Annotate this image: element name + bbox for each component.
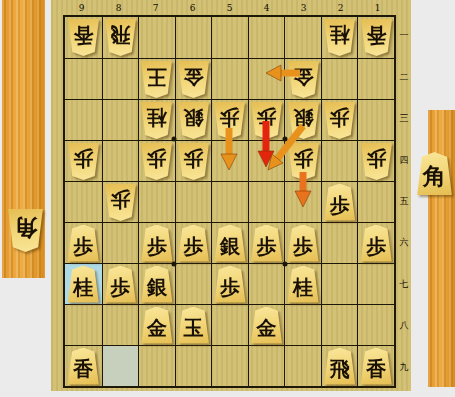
square-99[interactable]: 香	[65, 345, 102, 386]
piece-87[interactable]: 歩	[104, 266, 137, 303]
piece-glyph: 香	[360, 348, 393, 385]
square-69[interactable]	[175, 345, 212, 386]
piece-19[interactable]: 香	[360, 348, 393, 385]
rank-labels: 一二三四五六七八九	[398, 15, 410, 388]
square-77[interactable]: 銀	[138, 263, 175, 304]
square-63[interactable]: 銀	[175, 99, 212, 140]
square-23[interactable]: 歩	[321, 99, 358, 140]
piece-36[interactable]: 歩	[287, 225, 320, 262]
piece-bishop-gote: 角	[7, 209, 44, 252]
square-41[interactable]	[248, 17, 285, 58]
piece-96[interactable]: 歩	[67, 225, 100, 262]
piece-48[interactable]: 金	[250, 307, 283, 344]
rank-label-3: 三	[398, 98, 410, 139]
piece-glyph: 歩	[67, 225, 100, 262]
square-31[interactable]	[284, 17, 321, 58]
square-67[interactable]	[175, 263, 212, 304]
square-55[interactable]	[211, 181, 248, 222]
square-96[interactable]: 歩	[65, 222, 102, 263]
file-label-6: 6	[174, 2, 211, 14]
piece-57[interactable]: 歩	[213, 266, 246, 303]
piece-glyph: 歩	[250, 102, 283, 139]
piece-81[interactable]: 飛	[104, 19, 137, 56]
piece-34[interactable]: 歩	[287, 143, 320, 180]
piece-72[interactable]: 王	[140, 61, 173, 98]
piece-56[interactable]: 銀	[213, 225, 246, 262]
piece-glyph: 歩	[213, 266, 246, 303]
square-57[interactable]: 歩	[211, 263, 248, 304]
file-label-8: 8	[100, 2, 137, 14]
square-11[interactable]: 香	[357, 17, 394, 58]
piece-77[interactable]: 銀	[140, 266, 173, 303]
piece-37[interactable]: 桂	[287, 266, 320, 303]
file-label-2: 2	[322, 2, 359, 14]
piece-glyph: 歩	[323, 184, 356, 221]
piece-32[interactable]: 金	[287, 61, 320, 98]
piece-glyph: 香	[360, 19, 393, 56]
square-87[interactable]: 歩	[102, 263, 139, 304]
piece-bishop-sente: 角	[416, 152, 453, 195]
square-97[interactable]: 桂	[65, 263, 102, 304]
square-98[interactable]	[65, 304, 102, 345]
square-76[interactable]: 歩	[138, 222, 175, 263]
piece-glyph: 金	[140, 307, 173, 344]
square-58[interactable]	[211, 304, 248, 345]
piece-glyph: 桂	[140, 102, 173, 139]
square-43[interactable]: 歩	[248, 99, 285, 140]
star-point	[172, 137, 177, 142]
square-61[interactable]	[175, 17, 212, 58]
square-32[interactable]: 金	[284, 58, 321, 99]
square-21[interactable]: 桂	[321, 17, 358, 58]
star-point	[283, 137, 288, 142]
piece-43[interactable]: 歩	[250, 102, 283, 139]
square-66[interactable]: 歩	[175, 222, 212, 263]
square-38[interactable]	[284, 304, 321, 345]
piece-11[interactable]: 香	[360, 19, 393, 56]
piece-glyph: 歩	[104, 266, 137, 303]
piece-glyph: 歩	[213, 102, 246, 139]
piece-glyph: 金	[177, 61, 210, 98]
rank-label-1: 一	[398, 15, 410, 56]
square-56[interactable]: 銀	[211, 222, 248, 263]
piece-94[interactable]: 歩	[67, 143, 100, 180]
square-79[interactable]	[138, 345, 175, 386]
square-24[interactable]	[321, 140, 358, 181]
rank-label-8: 八	[398, 305, 410, 346]
square-33[interactable]: 銀	[284, 99, 321, 140]
shogi-board: 香飛桂香王金金桂銀歩歩銀歩歩歩歩歩歩歩歩歩歩歩銀歩歩歩桂歩銀歩桂金玉金香飛香	[63, 15, 396, 388]
square-84[interactable]	[102, 140, 139, 181]
square-46[interactable]: 歩	[248, 222, 285, 263]
square-42[interactable]	[248, 58, 285, 99]
piece-glyph: 桂	[323, 19, 356, 56]
square-65[interactable]	[175, 181, 212, 222]
square-73[interactable]: 桂	[138, 99, 175, 140]
piece-33[interactable]: 銀	[287, 102, 320, 139]
piece-glyph: 歩	[287, 225, 320, 262]
piece-91[interactable]: 香	[67, 19, 100, 56]
shogi-app: 987654321 一二三四五六七八九 香飛桂香王金金桂銀歩歩銀歩歩歩歩歩歩歩歩…	[0, 0, 455, 397]
file-labels: 987654321	[63, 2, 396, 14]
square-78[interactable]: 金	[138, 304, 175, 345]
square-86[interactable]	[102, 222, 139, 263]
rank-label-4: 四	[398, 139, 410, 180]
square-93[interactable]	[65, 99, 102, 140]
piece-glyph: 歩	[140, 143, 173, 180]
star-point	[283, 262, 288, 267]
piece-76[interactable]: 歩	[140, 225, 173, 262]
square-75[interactable]	[138, 181, 175, 222]
square-62[interactable]: 金	[175, 58, 212, 99]
sente-hand-piece-bishop[interactable]: 角	[416, 152, 453, 195]
piece-glyph: 銀	[177, 102, 210, 139]
piece-glyph: 歩	[67, 143, 100, 180]
piece-78[interactable]: 金	[140, 307, 173, 344]
piece-14[interactable]: 歩	[360, 143, 393, 180]
rank-label-5: 五	[398, 181, 410, 222]
piece-glyph: 歩	[287, 143, 320, 180]
piece-glyph: 飛	[104, 19, 137, 56]
square-74[interactable]: 歩	[138, 140, 175, 181]
square-81[interactable]: 飛	[102, 17, 139, 58]
square-22[interactable]	[321, 58, 358, 99]
square-16[interactable]: 歩	[357, 222, 394, 263]
square-39[interactable]	[284, 345, 321, 386]
file-label-4: 4	[248, 2, 285, 14]
piece-glyph: 歩	[360, 143, 393, 180]
piece-73[interactable]: 桂	[140, 102, 173, 139]
file-label-7: 7	[137, 2, 174, 14]
square-28[interactable]	[321, 304, 358, 345]
board-grid: 香飛桂香王金金桂銀歩歩銀歩歩歩歩歩歩歩歩歩歩歩銀歩歩歩桂歩銀歩桂金玉金香飛香	[63, 15, 396, 388]
square-47[interactable]	[248, 263, 285, 304]
piece-25[interactable]: 歩	[323, 184, 356, 221]
piece-glyph: 玉	[177, 307, 210, 344]
gote-hand-piece-bishop[interactable]: 角	[7, 209, 44, 252]
piece-glyph: 飛	[323, 348, 356, 385]
piece-16[interactable]: 歩	[360, 225, 393, 262]
piece-glyph: 銀	[213, 225, 246, 262]
piece-glyph: 歩	[104, 184, 137, 221]
piece-glyph: 歩	[177, 143, 210, 180]
square-68[interactable]: 玉	[175, 304, 212, 345]
square-18[interactable]	[357, 304, 394, 345]
piece-glyph: 銀	[140, 266, 173, 303]
square-26[interactable]	[321, 222, 358, 263]
piece-74[interactable]: 歩	[140, 143, 173, 180]
piece-glyph: 歩	[250, 225, 283, 262]
piece-21[interactable]: 桂	[323, 19, 356, 56]
square-15[interactable]	[357, 181, 394, 222]
piece-66[interactable]: 歩	[177, 225, 210, 262]
piece-glyph: 歩	[323, 102, 356, 139]
file-label-9: 9	[63, 2, 100, 14]
square-19[interactable]: 香	[357, 345, 394, 386]
square-27[interactable]	[321, 263, 358, 304]
square-35[interactable]	[284, 181, 321, 222]
square-48[interactable]: 金	[248, 304, 285, 345]
square-36[interactable]: 歩	[284, 222, 321, 263]
piece-glyph: 金	[287, 61, 320, 98]
square-54[interactable]	[211, 140, 248, 181]
star-point	[172, 262, 177, 267]
square-85[interactable]: 歩	[102, 181, 139, 222]
square-91[interactable]: 香	[65, 17, 102, 58]
rank-label-9: 九	[398, 347, 410, 388]
piece-99[interactable]: 香	[67, 348, 100, 385]
piece-46[interactable]: 歩	[250, 225, 283, 262]
square-52[interactable]	[211, 58, 248, 99]
square-64[interactable]: 歩	[175, 140, 212, 181]
square-37[interactable]: 桂	[284, 263, 321, 304]
piece-63[interactable]: 銀	[177, 102, 210, 139]
square-51[interactable]	[211, 17, 248, 58]
file-label-5: 5	[211, 2, 248, 14]
piece-64[interactable]: 歩	[177, 143, 210, 180]
rank-label-7: 七	[398, 264, 410, 305]
piece-glyph: 歩	[177, 225, 210, 262]
piece-glyph: 金	[250, 307, 283, 344]
rank-label-6: 六	[398, 222, 410, 263]
piece-85[interactable]: 歩	[104, 184, 137, 221]
square-83[interactable]	[102, 99, 139, 140]
file-label-1: 1	[359, 2, 396, 14]
piece-glyph: 香	[67, 19, 100, 56]
square-34[interactable]: 歩	[284, 140, 321, 181]
piece-glyph: 桂	[287, 266, 320, 303]
square-44[interactable]	[248, 140, 285, 181]
square-89[interactable]	[102, 345, 139, 386]
square-12[interactable]	[357, 58, 394, 99]
square-88[interactable]	[102, 304, 139, 345]
square-95[interactable]	[65, 181, 102, 222]
square-59[interactable]	[211, 345, 248, 386]
square-53[interactable]: 歩	[211, 99, 248, 140]
piece-glyph: 歩	[140, 225, 173, 262]
square-49[interactable]	[248, 345, 285, 386]
square-29[interactable]: 飛	[321, 345, 358, 386]
piece-53[interactable]: 歩	[213, 102, 246, 139]
square-45[interactable]	[248, 181, 285, 222]
square-25[interactable]: 歩	[321, 181, 358, 222]
square-13[interactable]	[357, 99, 394, 140]
square-94[interactable]: 歩	[65, 140, 102, 181]
piece-glyph: 銀	[287, 102, 320, 139]
square-72[interactable]: 王	[138, 58, 175, 99]
piece-68[interactable]: 玉	[177, 307, 210, 344]
square-17[interactable]	[357, 263, 394, 304]
piece-29[interactable]: 飛	[323, 348, 356, 385]
square-14[interactable]: 歩	[357, 140, 394, 181]
file-label-3: 3	[285, 2, 322, 14]
piece-glyph: 桂	[67, 266, 100, 303]
piece-97[interactable]: 桂	[67, 266, 100, 303]
rank-label-2: 二	[398, 56, 410, 97]
square-82[interactable]	[102, 58, 139, 99]
piece-glyph: 香	[67, 348, 100, 385]
square-71[interactable]	[138, 17, 175, 58]
piece-glyph: 王	[140, 61, 173, 98]
piece-62[interactable]: 金	[177, 61, 210, 98]
piece-glyph: 歩	[360, 225, 393, 262]
square-92[interactable]	[65, 58, 102, 99]
piece-23[interactable]: 歩	[323, 102, 356, 139]
